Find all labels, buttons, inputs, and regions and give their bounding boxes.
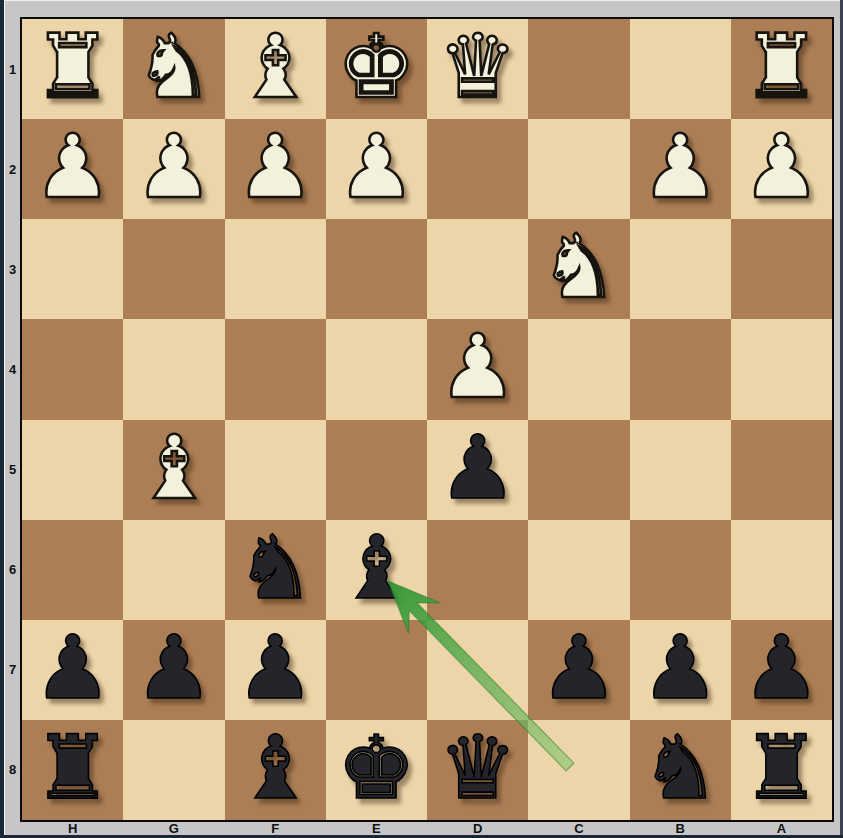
file-label-b: B: [630, 821, 731, 836]
square-a4[interactable]: [731, 319, 832, 419]
rank-label-5: 5: [5, 420, 20, 520]
square-c8[interactable]: [528, 720, 629, 820]
square-f4[interactable]: [225, 319, 326, 419]
square-d2[interactable]: [427, 119, 528, 219]
square-b2[interactable]: ♟: [630, 119, 731, 219]
square-g7[interactable]: ♟: [123, 620, 224, 720]
rank-label-6: 6: [5, 520, 20, 620]
square-e1[interactable]: ♚: [326, 19, 427, 119]
square-f3[interactable]: [225, 219, 326, 319]
square-h8[interactable]: ♜: [22, 720, 123, 820]
square-g6[interactable]: [123, 520, 224, 620]
square-d8[interactable]: ♛: [427, 720, 528, 820]
file-label-f: F: [225, 821, 326, 836]
file-label-d: D: [427, 821, 528, 836]
square-g1[interactable]: ♞: [123, 19, 224, 119]
white-bishop[interactable]: ♝: [134, 424, 213, 512]
square-a2[interactable]: ♟: [731, 119, 832, 219]
square-a3[interactable]: [731, 219, 832, 319]
square-d3[interactable]: [427, 219, 528, 319]
white-queen[interactable]: ♛: [438, 23, 517, 111]
square-c1[interactable]: [528, 19, 629, 119]
black-knight[interactable]: ♞: [236, 524, 315, 612]
black-pawn[interactable]: ♟: [438, 424, 517, 512]
square-f5[interactable]: [225, 420, 326, 520]
square-b5[interactable]: [630, 420, 731, 520]
black-bishop[interactable]: ♝: [337, 524, 416, 612]
square-e6[interactable]: ♝: [326, 520, 427, 620]
black-bishop[interactable]: ♝: [236, 724, 315, 812]
black-pawn[interactable]: ♟: [134, 624, 213, 712]
square-c4[interactable]: [528, 319, 629, 419]
square-a6[interactable]: [731, 520, 832, 620]
rank-label-2: 2: [5, 119, 20, 219]
board-frame: ♜♞♝♚♛♜♟♟♟♟♟♟♞♟♝♟♞♝♟♟♟♟♟♟♜♝♚♛♞♜: [20, 17, 834, 822]
black-pawn[interactable]: ♟: [33, 624, 112, 712]
square-c5[interactable]: [528, 420, 629, 520]
black-king[interactable]: ♚: [337, 724, 416, 812]
square-b6[interactable]: [630, 520, 731, 620]
black-pawn[interactable]: ♟: [236, 624, 315, 712]
square-a8[interactable]: ♜: [731, 720, 832, 820]
white-rook[interactable]: ♜: [742, 23, 821, 111]
square-a1[interactable]: ♜: [731, 19, 832, 119]
square-h4[interactable]: [22, 319, 123, 419]
white-pawn[interactable]: ♟: [438, 323, 517, 411]
square-b4[interactable]: [630, 319, 731, 419]
square-e4[interactable]: [326, 319, 427, 419]
file-label-c: C: [528, 821, 629, 836]
square-h3[interactable]: [22, 219, 123, 319]
white-knight[interactable]: ♞: [134, 23, 213, 111]
square-b8[interactable]: ♞: [630, 720, 731, 820]
square-c2[interactable]: [528, 119, 629, 219]
rank-labels: 1 2 3 4 5 6 7 8: [5, 19, 20, 820]
white-rook[interactable]: ♜: [33, 23, 112, 111]
rank-label-8: 8: [5, 720, 20, 820]
rank-label-7: 7: [5, 620, 20, 720]
black-rook[interactable]: ♜: [33, 724, 112, 812]
black-pawn[interactable]: ♟: [742, 624, 821, 712]
square-c6[interactable]: [528, 520, 629, 620]
square-g8[interactable]: [123, 720, 224, 820]
white-pawn[interactable]: ♟: [33, 123, 112, 211]
white-knight[interactable]: ♞: [539, 223, 618, 311]
square-c7[interactable]: ♟: [528, 620, 629, 720]
file-label-g: G: [123, 821, 224, 836]
square-f6[interactable]: ♞: [225, 520, 326, 620]
square-d7[interactable]: [427, 620, 528, 720]
square-d4[interactable]: ♟: [427, 319, 528, 419]
white-pawn[interactable]: ♟: [236, 123, 315, 211]
white-pawn[interactable]: ♟: [641, 123, 720, 211]
white-pawn[interactable]: ♟: [134, 123, 213, 211]
square-h5[interactable]: [22, 420, 123, 520]
chess-board-window: 1 2 3 4 5 6 7 8 ♜♞♝♚♛♜♟♟♟♟♟♟♞♟♝♟♞♝♟♟♟♟♟♟…: [0, 0, 843, 838]
rank-label-3: 3: [5, 219, 20, 319]
rank-label-4: 4: [5, 319, 20, 419]
square-d1[interactable]: ♛: [427, 19, 528, 119]
black-pawn[interactable]: ♟: [641, 624, 720, 712]
square-g2[interactable]: ♟: [123, 119, 224, 219]
square-f8[interactable]: ♝: [225, 720, 326, 820]
square-e3[interactable]: [326, 219, 427, 319]
file-label-h: H: [22, 821, 123, 836]
square-e2[interactable]: ♟: [326, 119, 427, 219]
square-g3[interactable]: [123, 219, 224, 319]
white-pawn[interactable]: ♟: [742, 123, 821, 211]
white-bishop[interactable]: ♝: [236, 23, 315, 111]
square-c3[interactable]: ♞: [528, 219, 629, 319]
square-b3[interactable]: [630, 219, 731, 319]
rank-label-1: 1: [5, 19, 20, 119]
square-d5[interactable]: ♟: [427, 420, 528, 520]
white-king[interactable]: ♚: [337, 23, 416, 111]
square-e8[interactable]: ♚: [326, 720, 427, 820]
square-a7[interactable]: ♟: [731, 620, 832, 720]
square-h6[interactable]: [22, 520, 123, 620]
square-f2[interactable]: ♟: [225, 119, 326, 219]
black-queen[interactable]: ♛: [438, 724, 517, 812]
chess-board[interactable]: ♜♞♝♚♛♜♟♟♟♟♟♟♞♟♝♟♞♝♟♟♟♟♟♟♜♝♚♛♞♜: [22, 19, 832, 820]
square-h7[interactable]: ♟: [22, 620, 123, 720]
square-d6[interactable]: [427, 520, 528, 620]
square-b1[interactable]: [630, 19, 731, 119]
file-label-e: E: [326, 821, 427, 836]
square-e7[interactable]: [326, 620, 427, 720]
black-pawn[interactable]: ♟: [539, 624, 618, 712]
square-f7[interactable]: ♟: [225, 620, 326, 720]
square-b7[interactable]: ♟: [630, 620, 731, 720]
square-h2[interactable]: ♟: [22, 119, 123, 219]
square-h1[interactable]: ♜: [22, 19, 123, 119]
file-labels: H G F E D C B A: [22, 821, 832, 836]
square-e5[interactable]: [326, 420, 427, 520]
square-f1[interactable]: ♝: [225, 19, 326, 119]
frame-top-highlight: [0, 0, 843, 1]
file-label-a: A: [731, 821, 832, 836]
black-knight[interactable]: ♞: [641, 724, 720, 812]
black-rook[interactable]: ♜: [742, 724, 821, 812]
square-g4[interactable]: [123, 319, 224, 419]
square-g5[interactable]: ♝: [123, 420, 224, 520]
white-pawn[interactable]: ♟: [337, 123, 416, 211]
square-a5[interactable]: [731, 420, 832, 520]
